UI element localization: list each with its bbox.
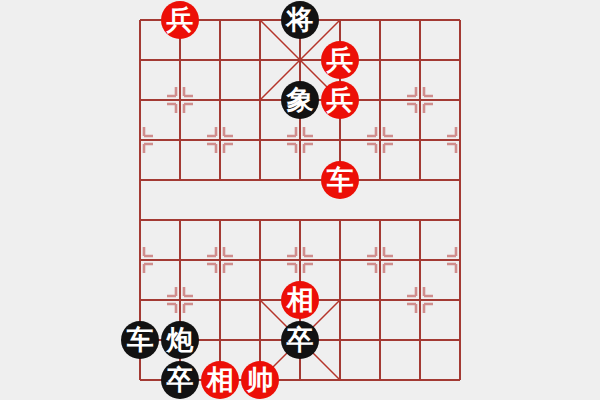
board-point-2-0[interactable] [200, 0, 240, 40]
board-point-2-2[interactable] [200, 80, 240, 120]
board-point-5-5[interactable] [320, 200, 360, 240]
board-point-6-7[interactable] [360, 280, 400, 320]
piece-red-elephant[interactable]: 相 [281, 281, 319, 319]
board-point-5-1[interactable]: 兵 [320, 40, 360, 80]
board-point-4-5[interactable] [280, 200, 320, 240]
piece-black-soldier[interactable]: 卒 [281, 321, 319, 359]
board-point-7-0[interactable] [400, 0, 440, 40]
board-point-1-0[interactable]: 兵 [160, 0, 200, 40]
xiangqi-board: 兵将兵象兵车相车炮卒卒相帅 [0, 0, 600, 400]
board-point-1-5[interactable] [160, 200, 200, 240]
board-point-3-4[interactable] [240, 160, 280, 200]
board-point-8-2[interactable] [440, 80, 480, 120]
board-point-6-6[interactable] [360, 240, 400, 280]
board-point-1-7[interactable] [160, 280, 200, 320]
board-point-2-6[interactable] [200, 240, 240, 280]
board-point-5-0[interactable] [320, 0, 360, 40]
board-point-8-4[interactable] [440, 160, 480, 200]
piece-red-soldier[interactable]: 兵 [321, 81, 359, 119]
board-point-2-1[interactable] [200, 40, 240, 80]
board-point-0-8[interactable]: 车 [120, 320, 160, 360]
board-point-0-3[interactable] [120, 120, 160, 160]
board-point-7-1[interactable] [400, 40, 440, 80]
board-point-5-9[interactable] [320, 360, 360, 400]
board-point-3-6[interactable] [240, 240, 280, 280]
board-point-2-3[interactable] [200, 120, 240, 160]
piece-red-soldier[interactable]: 兵 [321, 41, 359, 79]
board-point-6-0[interactable] [360, 0, 400, 40]
board-point-0-7[interactable] [120, 280, 160, 320]
board-point-2-8[interactable] [200, 320, 240, 360]
board-point-0-0[interactable] [120, 0, 160, 40]
board-point-2-4[interactable] [200, 160, 240, 200]
board-point-8-7[interactable] [440, 280, 480, 320]
board-point-1-8[interactable]: 炮 [160, 320, 200, 360]
board-point-0-4[interactable] [120, 160, 160, 200]
board-point-1-2[interactable] [160, 80, 200, 120]
board-point-8-3[interactable] [440, 120, 480, 160]
board-point-8-9[interactable] [440, 360, 480, 400]
board-point-3-5[interactable] [240, 200, 280, 240]
piece-red-general[interactable]: 帅 [241, 361, 279, 399]
board-point-0-1[interactable] [120, 40, 160, 80]
board-point-0-6[interactable] [120, 240, 160, 280]
board-point-6-4[interactable] [360, 160, 400, 200]
piece-red-soldier[interactable]: 兵 [161, 1, 199, 39]
board-point-6-1[interactable] [360, 40, 400, 80]
board-point-7-7[interactable] [400, 280, 440, 320]
board-point-1-3[interactable] [160, 120, 200, 160]
board-point-0-2[interactable] [120, 80, 160, 120]
board-point-4-2[interactable]: 象 [280, 80, 320, 120]
board-point-4-3[interactable] [280, 120, 320, 160]
board-point-7-2[interactable] [400, 80, 440, 120]
board-point-7-5[interactable] [400, 200, 440, 240]
board-point-3-8[interactable] [240, 320, 280, 360]
board-point-3-3[interactable] [240, 120, 280, 160]
board-point-4-9[interactable] [280, 360, 320, 400]
board-point-7-9[interactable] [400, 360, 440, 400]
board-point-6-8[interactable] [360, 320, 400, 360]
board-point-3-7[interactable] [240, 280, 280, 320]
board-point-4-1[interactable] [280, 40, 320, 80]
piece-layer: 兵将兵象兵车相车炮卒卒相帅 [120, 0, 480, 400]
board-point-8-0[interactable] [440, 0, 480, 40]
piece-black-soldier[interactable]: 卒 [161, 361, 199, 399]
board-point-2-7[interactable] [200, 280, 240, 320]
board-point-5-4[interactable]: 车 [320, 160, 360, 200]
board-point-2-5[interactable] [200, 200, 240, 240]
board-point-5-2[interactable]: 兵 [320, 80, 360, 120]
board-point-5-6[interactable] [320, 240, 360, 280]
board-point-6-5[interactable] [360, 200, 400, 240]
board-point-8-6[interactable] [440, 240, 480, 280]
board-point-2-9[interactable]: 相 [200, 360, 240, 400]
board-point-1-4[interactable] [160, 160, 200, 200]
board-point-6-3[interactable] [360, 120, 400, 160]
board-point-6-2[interactable] [360, 80, 400, 120]
board-point-5-7[interactable] [320, 280, 360, 320]
piece-black-general[interactable]: 将 [281, 1, 319, 39]
board-point-6-9[interactable] [360, 360, 400, 400]
board-point-8-5[interactable] [440, 200, 480, 240]
board-point-3-2[interactable] [240, 80, 280, 120]
board-point-3-0[interactable] [240, 0, 280, 40]
piece-black-cannon[interactable]: 炮 [161, 321, 199, 359]
piece-red-chariot[interactable]: 车 [321, 161, 359, 199]
piece-black-chariot[interactable]: 车 [121, 321, 159, 359]
board-point-5-3[interactable] [320, 120, 360, 160]
board-point-1-1[interactable] [160, 40, 200, 80]
board-point-8-8[interactable] [440, 320, 480, 360]
board-point-4-4[interactable] [280, 160, 320, 200]
board-point-4-8[interactable]: 卒 [280, 320, 320, 360]
board-point-1-9[interactable]: 卒 [160, 360, 200, 400]
board-point-0-5[interactable] [120, 200, 160, 240]
piece-red-elephant[interactable]: 相 [201, 361, 239, 399]
board-point-7-8[interactable] [400, 320, 440, 360]
board-point-1-6[interactable] [160, 240, 200, 280]
board-point-8-1[interactable] [440, 40, 480, 80]
board-point-4-7[interactable]: 相 [280, 280, 320, 320]
board-point-7-4[interactable] [400, 160, 440, 200]
board-point-4-0[interactable]: 将 [280, 0, 320, 40]
board-point-3-9[interactable]: 帅 [240, 360, 280, 400]
board-point-5-8[interactable] [320, 320, 360, 360]
board-point-7-3[interactable] [400, 120, 440, 160]
board-point-4-6[interactable] [280, 240, 320, 280]
piece-black-elephant[interactable]: 象 [281, 81, 319, 119]
board-point-3-1[interactable] [240, 40, 280, 80]
board-point-0-9[interactable] [120, 360, 160, 400]
board-point-7-6[interactable] [400, 240, 440, 280]
